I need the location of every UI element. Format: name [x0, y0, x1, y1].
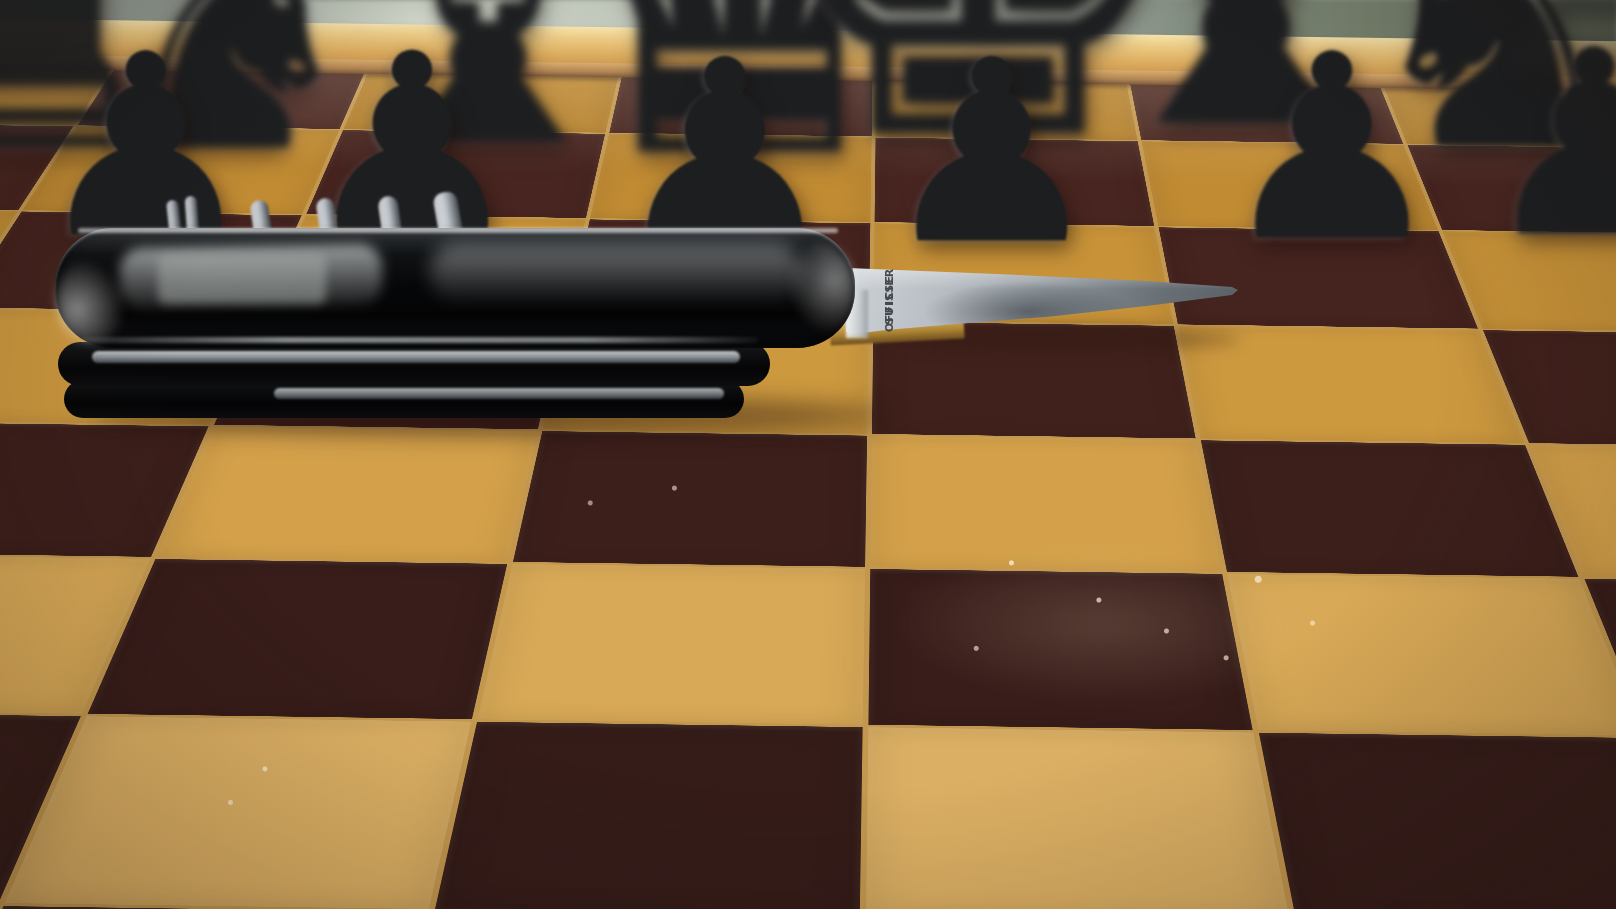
handle-top-highlight	[78, 228, 838, 233]
closed-tool-edge	[274, 388, 724, 399]
handle-bottom-highlight	[82, 337, 758, 343]
handle-rim-highlight	[56, 258, 126, 344]
closed-tool-edge	[92, 351, 740, 363]
handle-reflection	[430, 244, 802, 300]
engraving-line2: SUISSE	[883, 275, 896, 325]
blade-engraving: OFFICIER SUISSE	[851, 263, 915, 337]
handle-rim-highlight	[786, 244, 856, 336]
knife-mid-scale	[58, 342, 770, 386]
photo-scene: ♜♞♝♛♚♝♞♜♟♟♟♟♟♟ OFFICIER SUISSE	[0, 0, 1616, 909]
swiss-army-knife: OFFICIER SUISSE	[0, 0, 1616, 909]
handle-window-reflection	[158, 254, 326, 304]
